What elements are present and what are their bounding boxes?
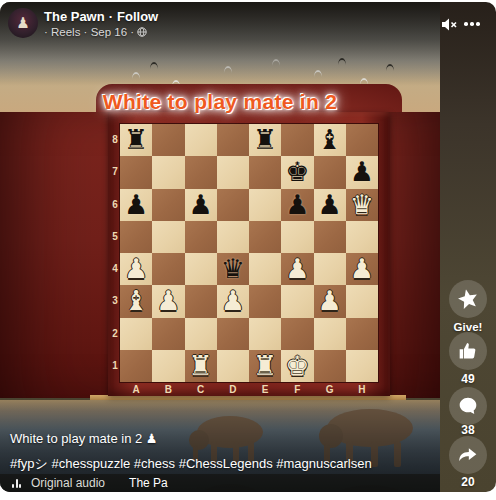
square-d3: ♟: [217, 285, 249, 317]
square-h5: [346, 221, 378, 253]
board-grid: ♜♜♝♚♟♟♟♟♟♛♟♛♟♟♝♟♟♟♜♜♚: [120, 124, 378, 382]
square-a2: [120, 318, 152, 350]
square-e8: ♜: [249, 124, 281, 156]
file-label-F: F: [281, 384, 313, 395]
share-count: 20: [440, 475, 496, 489]
square-c7: [185, 156, 217, 188]
file-label-C: C: [185, 384, 217, 395]
white-pawn: ♟: [350, 254, 374, 284]
file-label-A: A: [120, 384, 152, 395]
black-pawn: ♟: [285, 190, 309, 220]
square-h3: [346, 285, 378, 317]
rank-label-2: 2: [110, 328, 120, 339]
square-c3: [185, 285, 217, 317]
square-h7: ♟: [346, 156, 378, 188]
square-b2: [152, 318, 184, 350]
square-a8: ♜: [120, 124, 152, 156]
black-rook: ♜: [124, 125, 148, 155]
square-e1: ♜: [249, 350, 281, 382]
square-a3: ♝: [120, 285, 152, 317]
square-g8: ♝: [314, 124, 346, 156]
audio-wave-icon: [12, 479, 21, 488]
square-g3: ♟: [314, 285, 346, 317]
black-pawn: ♟: [350, 157, 374, 187]
square-f4: ♟: [281, 253, 313, 285]
white-king: ♚: [285, 351, 309, 381]
square-f1: ♚: [281, 350, 313, 382]
square-d2: [217, 318, 249, 350]
square-b7: [152, 156, 184, 188]
square-g7: [314, 156, 346, 188]
black-queen: ♛: [221, 254, 245, 284]
square-e3: [249, 285, 281, 317]
mute-button[interactable]: [438, 13, 460, 35]
square-e2: [249, 318, 281, 350]
caption-hashtags[interactable]: #fypシ #chesspuzzle #chess #ChessLegends …: [10, 455, 430, 473]
file-label-H: H: [346, 384, 378, 395]
white-pawn: ♟: [318, 286, 342, 316]
square-d4: ♛: [217, 253, 249, 285]
avatar[interactable]: ♟: [8, 8, 38, 38]
square-h6: ♛: [346, 189, 378, 221]
rank-label-3: 3: [110, 295, 120, 306]
square-g4: [314, 253, 346, 285]
thumbs-up-icon: [458, 341, 478, 361]
globe-icon: [137, 27, 147, 37]
black-bishop: ♝: [318, 125, 342, 155]
square-c5: [185, 221, 217, 253]
file-label-E: E: [249, 384, 281, 395]
square-b6: [152, 189, 184, 221]
white-pawn: ♟: [156, 286, 180, 316]
square-e7: [249, 156, 281, 188]
comment-icon: [458, 396, 478, 416]
rank-label-4: 4: [110, 263, 120, 274]
square-f8: [281, 124, 313, 156]
black-pawn: ♟: [318, 190, 342, 220]
dot-separator: ·: [109, 9, 113, 24]
rank-label-1: 1: [110, 360, 120, 371]
caption-text: White to play mate in 2 ♟: [10, 431, 430, 446]
like-count: 49: [440, 372, 496, 386]
square-c1: ♜: [185, 350, 217, 382]
square-b5: [152, 221, 184, 253]
square-h4: ♟: [346, 253, 378, 285]
white-pawn: ♟: [124, 254, 148, 284]
page-name[interactable]: The Pawn: [44, 9, 105, 24]
white-bishop: ♝: [124, 286, 148, 316]
file-label-B: B: [152, 384, 184, 395]
square-a4: ♟: [120, 253, 152, 285]
white-pawn: ♟: [221, 286, 245, 316]
post-meta: · Reels · Sep 16 ·: [44, 26, 147, 38]
square-e5: [249, 221, 281, 253]
file-label-D: D: [217, 384, 249, 395]
square-d5: [217, 221, 249, 253]
follow-button[interactable]: Follow: [117, 9, 158, 24]
chess-board: ♜♜♝♚♟♟♟♟♟♛♟♛♟♟♝♟♟♟♜♜♚ 87654321 ABCDEFGH: [108, 112, 390, 396]
square-b1: [152, 350, 184, 382]
square-g6: ♟: [314, 189, 346, 221]
audio-attribution-bar[interactable]: Original audio The Pa: [0, 474, 440, 492]
star-icon: [456, 287, 480, 311]
black-king: ♚: [285, 157, 309, 187]
rank-label-6: 6: [110, 199, 120, 210]
square-f3: [281, 285, 313, 317]
three-dots-icon: [464, 22, 480, 26]
square-d1: [217, 350, 249, 382]
square-b4: [152, 253, 184, 285]
like-button[interactable]: [449, 332, 487, 370]
page: ♜♜♝♚♟♟♟♟♟♛♟♛♟♟♝♟♟♟♜♜♚ 87654321 ABCDEFGH …: [0, 0, 496, 500]
caption-block: White to play mate in 2 ♟ #fypシ #chesspu…: [10, 431, 430, 473]
square-d6: [217, 189, 249, 221]
post-header: ♟ The Pawn·Follow · Reels · Sep 16 ·: [0, 2, 440, 52]
black-pawn: ♟: [124, 190, 148, 220]
square-h1: [346, 350, 378, 382]
share-arrow-icon: [458, 445, 478, 465]
white-rook: ♜: [189, 351, 213, 381]
file-label-G: G: [314, 384, 346, 395]
square-c8: [185, 124, 217, 156]
square-f2: [281, 318, 313, 350]
white-rook: ♜: [253, 351, 277, 381]
square-c6: ♟: [185, 189, 217, 221]
square-a1: [120, 350, 152, 382]
square-g5: [314, 221, 346, 253]
square-h8: [346, 124, 378, 156]
black-rook: ♜: [253, 125, 277, 155]
square-e6: [249, 189, 281, 221]
rank-label-5: 5: [110, 231, 120, 242]
square-a7: [120, 156, 152, 188]
square-f7: ♚: [281, 156, 313, 188]
square-g2: [314, 318, 346, 350]
square-d7: [217, 156, 249, 188]
square-b3: ♟: [152, 285, 184, 317]
reel-card: ♜♜♝♚♟♟♟♟♟♛♟♛♟♟♝♟♟♟♜♜♚ 87654321 ABCDEFGH …: [0, 2, 496, 492]
square-f5: [281, 221, 313, 253]
post-meta-text: · Reels · Sep 16 ·: [44, 26, 134, 38]
audio-title[interactable]: Original audio: [31, 476, 105, 490]
square-a6: ♟: [120, 189, 152, 221]
white-pawn: ♟: [285, 254, 309, 284]
puzzle-title: White to play mate in 2: [0, 90, 440, 114]
more-options-button[interactable]: [461, 13, 483, 35]
square-a5: [120, 221, 152, 253]
square-g1: [314, 350, 346, 382]
page-name-row: The Pawn·Follow: [44, 9, 158, 24]
muted-speaker-icon: [441, 17, 458, 32]
black-pawn: ♟: [189, 190, 213, 220]
square-c4: [185, 253, 217, 285]
rank-label-8: 8: [110, 134, 120, 145]
comment-button[interactable]: [449, 387, 487, 425]
white-queen: ♛: [350, 190, 374, 220]
share-button[interactable]: [449, 436, 487, 474]
square-h2: [346, 318, 378, 350]
square-b8: [152, 124, 184, 156]
square-c2: [185, 318, 217, 350]
rank-label-7: 7: [110, 166, 120, 177]
give-stars-button[interactable]: [449, 280, 487, 318]
audio-author[interactable]: The Pa: [129, 476, 168, 490]
square-e4: [249, 253, 281, 285]
square-d8: [217, 124, 249, 156]
video-player[interactable]: ♜♜♝♚♟♟♟♟♟♛♟♛♟♟♝♟♟♟♜♜♚ 87654321 ABCDEFGH …: [0, 2, 440, 492]
square-f6: ♟: [281, 189, 313, 221]
comment-count: 38: [440, 423, 496, 437]
pawn-avatar-icon: ♟: [16, 16, 29, 31]
